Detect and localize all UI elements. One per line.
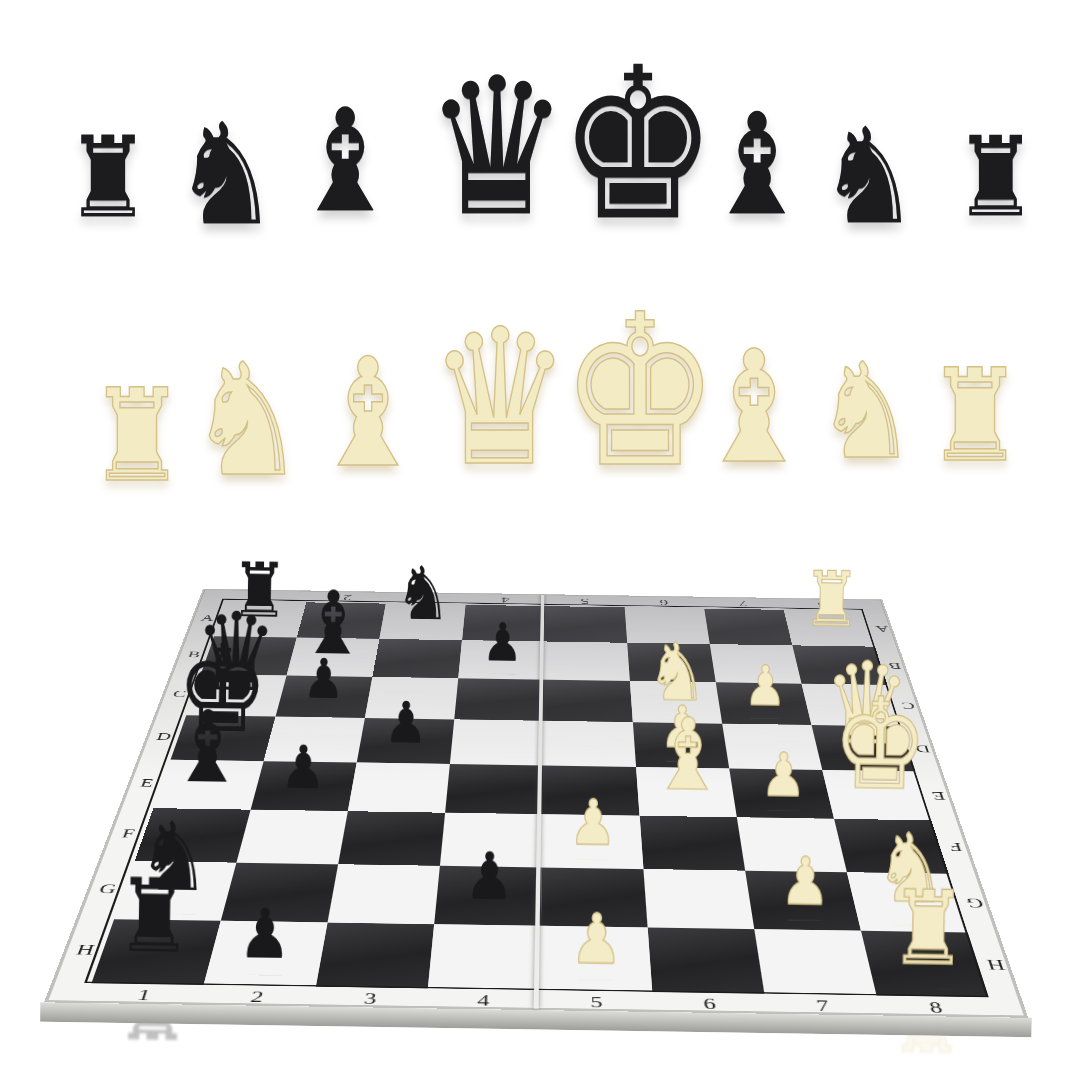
- square-d5: [450, 719, 544, 765]
- board-piece-white-pawn-g6: ♟: [744, 660, 787, 713]
- square-d7: ♟: [458, 640, 544, 679]
- square-d6: [454, 678, 544, 721]
- square-b3: [236, 810, 347, 865]
- square-h1: ♜: [861, 931, 989, 997]
- lineup-white-rook: ♜: [88, 372, 186, 500]
- folding-chessboard: 12345678A♜♞♜AB♝♟BC♛♟♞♟CD♚♟♟♛DE♝♟♝♟♚EF♟FG…: [44, 589, 1028, 1018]
- lineup-white-knight: ♞: [816, 345, 917, 477]
- square-c3: [338, 811, 445, 866]
- board-corner: [860, 600, 889, 611]
- lineup-white-bishop: ♝: [695, 330, 813, 485]
- lineup-white-queen: ♛: [428, 304, 571, 492]
- square-c5: ♟: [357, 718, 454, 764]
- square-e8: [545, 606, 628, 643]
- square-f3: [640, 816, 746, 871]
- square-g8: [704, 609, 792, 646]
- square-g1: [754, 929, 876, 995]
- square-e3: ♟: [542, 814, 644, 869]
- lineup-black-queen: ♛: [425, 53, 570, 243]
- white-piece-lineup: ♜♞♝♛♚♝♞♜: [0, 262, 1080, 510]
- square-g2: ♟: [745, 871, 861, 931]
- lineup-black-king: ♚: [558, 40, 718, 250]
- board-piece-black-pawn-b6: ♟: [302, 653, 345, 706]
- lineup-black-knight: ♞: [819, 110, 920, 242]
- square-b4: ♟: [251, 761, 357, 811]
- lineup-black-knight: ♞: [173, 105, 280, 245]
- square-c4: [348, 763, 450, 813]
- board-piece-white-rook-h8: ♜: [802, 564, 861, 637]
- board-piece-white-pawn-e3: ♟: [568, 793, 617, 853]
- square-f4: ♝: [636, 767, 737, 817]
- square-b6: ♟: [276, 676, 373, 718]
- board-piece-white-rook-h1: ♜: [888, 880, 967, 978]
- square-b1: ♟: [204, 921, 328, 987]
- square-f1: [648, 928, 765, 994]
- lineup-white-rook: ♜: [926, 352, 1024, 480]
- board-piece-black-pawn-c5: ♟: [383, 696, 428, 751]
- lineup-black-bishop: ♝: [291, 90, 399, 232]
- black-piece-lineup: ♜♞♝♛♚♝♞♜: [0, 0, 1080, 258]
- board-piece-black-pawn-b1: ♟: [238, 901, 292, 967]
- board-piece-black-knight-c8: ♞: [394, 559, 451, 630]
- square-c2: [327, 864, 439, 924]
- board-piece-white-pawn-e1: ♟: [569, 906, 623, 972]
- lineup-white-bishop: ♝: [311, 338, 425, 488]
- square-e7: [544, 641, 630, 680]
- square-d1: [428, 924, 541, 990]
- lineup-white-knight: ♞: [188, 343, 306, 498]
- lineup-black-rook: ♜: [954, 122, 1038, 232]
- square-c1: [316, 922, 434, 988]
- square-a1: ♜: [91, 919, 220, 985]
- square-f2: [643, 869, 754, 929]
- lineup-black-rook: ♜: [65, 121, 150, 233]
- lineup-black-bishop: ♝: [704, 95, 811, 235]
- square-e5: [543, 721, 636, 767]
- board-piece-white-pawn-g4: ♟: [760, 747, 807, 805]
- square-d4: [445, 764, 543, 814]
- square-g6: ♟: [716, 682, 812, 725]
- board-piece-black-pawn-d7: ♟: [482, 617, 523, 668]
- board-scene: 12345678A♜♞♜AB♝♟BC♛♟♞♟CD♚♟♟♛DE♝♟♝♟♚EF♟FG…: [0, 500, 1080, 1080]
- board-piece-black-rook-a1: ♜: [114, 868, 193, 966]
- product-photo-stage: ♜♞♝♛♚♝♞♜ ♜♞♝♛♚♝♞♜ 12345678A♜♞♜AB♝♟BC♛♟♞♟…: [0, 0, 1080, 1080]
- board-piece-white-king-h4: ♚: [831, 685, 929, 806]
- board-piece-white-bishop-f4: ♝: [649, 708, 726, 803]
- square-c7: [372, 639, 462, 678]
- square-e1: ♟: [540, 926, 652, 992]
- board-piece-black-pawn-d2: ♟: [463, 845, 514, 908]
- square-c8: ♞: [379, 604, 465, 641]
- board-piece-black-pawn-b4: ♟: [280, 739, 327, 797]
- board-piece-black-bishop-a4: ♝: [169, 700, 246, 795]
- square-d2: ♟: [434, 866, 541, 926]
- square-g4: ♟: [729, 768, 834, 818]
- board-piece-white-pawn-g2: ♟: [779, 850, 830, 913]
- square-e6: [544, 680, 633, 723]
